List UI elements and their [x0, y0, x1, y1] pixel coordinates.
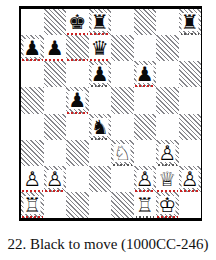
square-d6: ♟	[89, 61, 112, 87]
square-c5: ♟	[66, 87, 89, 113]
square-b2: ♟♙	[44, 166, 67, 192]
square-h2: ♟♙	[179, 166, 202, 192]
square-b3	[44, 140, 67, 166]
square-f2: ♟♙	[134, 166, 157, 192]
white-rook-icon: ♜♖	[134, 193, 157, 217]
square-d2	[89, 166, 112, 192]
square-d1	[89, 192, 112, 218]
black-rook-icon: ♜	[179, 10, 202, 34]
square-g4	[156, 114, 179, 140]
square-e5	[111, 87, 134, 113]
square-f3	[134, 140, 157, 166]
square-f8	[134, 9, 157, 35]
white-king-icon: ♚♔	[156, 193, 179, 217]
square-a5	[21, 87, 44, 113]
square-c3	[66, 140, 89, 166]
square-h8: ♜	[179, 9, 202, 35]
white-pawn-icon: ♟♙	[134, 167, 157, 191]
square-h1	[179, 192, 202, 218]
square-e4	[111, 114, 134, 140]
square-f1: ♜♖	[134, 192, 157, 218]
square-a3	[21, 140, 44, 166]
square-e1	[111, 192, 134, 218]
square-a2: ♟♙	[21, 166, 44, 192]
square-b5	[44, 87, 67, 113]
white-queen-icon: ♛♕	[156, 167, 179, 191]
square-g6	[156, 61, 179, 87]
square-b7: ♟	[44, 35, 67, 61]
black-knight-icon: ♞	[89, 115, 112, 139]
square-c4	[66, 114, 89, 140]
white-rook-icon: ♜♖	[21, 193, 44, 217]
square-d3	[89, 140, 112, 166]
square-a4	[21, 114, 44, 140]
square-a6	[21, 61, 44, 87]
white-pawn-icon: ♟♙	[44, 167, 67, 191]
black-rook-icon: ♜	[89, 10, 112, 34]
black-pawn-icon: ♟	[89, 62, 112, 86]
black-queen-icon: ♛	[89, 36, 112, 60]
square-h3	[179, 140, 202, 166]
board-frame: ♚♜♜♟♟♛♟♟♟♞♞♘♟♙♟♙♟♙♟♙♛♕♟♙♜♖♜♖♚♔	[19, 6, 202, 221]
chess-diagram-figure: ♚♜♜♟♟♛♟♟♟♞♞♘♟♙♟♙♟♙♟♙♛♕♟♙♜♖♜♖♚♔ 22. Black…	[0, 0, 216, 260]
square-a7: ♟	[21, 35, 44, 61]
square-d5	[89, 87, 112, 113]
square-h7	[179, 35, 202, 61]
square-b6	[44, 61, 67, 87]
square-c2	[66, 166, 89, 192]
white-pawn-icon: ♟♙	[156, 141, 179, 165]
black-pawn-icon: ♟	[44, 36, 67, 60]
square-c6	[66, 61, 89, 87]
square-e6	[111, 61, 134, 87]
square-c1	[66, 192, 89, 218]
square-g8	[156, 9, 179, 35]
square-e2	[111, 166, 134, 192]
square-c8: ♚	[66, 9, 89, 35]
square-d4: ♞	[89, 114, 112, 140]
figure-caption: 22. Black to move (1000CC-246)	[0, 236, 216, 253]
square-g7	[156, 35, 179, 61]
black-king-icon: ♚	[66, 10, 89, 34]
square-a8	[21, 9, 44, 35]
black-pawn-icon: ♟	[66, 88, 89, 112]
square-g1: ♚♔	[156, 192, 179, 218]
white-pawn-icon: ♟♙	[21, 167, 44, 191]
square-f7	[134, 35, 157, 61]
square-f4	[134, 114, 157, 140]
square-h5	[179, 87, 202, 113]
square-a1: ♜♖	[21, 192, 44, 218]
square-b4	[44, 114, 67, 140]
white-pawn-icon: ♟♙	[179, 167, 202, 191]
square-d7: ♛	[89, 35, 112, 61]
black-pawn-icon: ♟	[21, 36, 44, 60]
square-e8	[111, 9, 134, 35]
chess-board: ♚♜♜♟♟♛♟♟♟♞♞♘♟♙♟♙♟♙♟♙♛♕♟♙♜♖♜♖♚♔	[21, 9, 201, 218]
square-g5	[156, 87, 179, 113]
square-d8: ♜	[89, 9, 112, 35]
square-c7	[66, 35, 89, 61]
square-f5	[134, 87, 157, 113]
square-g2: ♛♕	[156, 166, 179, 192]
square-h6	[179, 61, 202, 87]
square-b8	[44, 9, 67, 35]
square-e7	[111, 35, 134, 61]
square-f6: ♟	[134, 61, 157, 87]
square-b1	[44, 192, 67, 218]
white-knight-icon: ♞♘	[111, 141, 134, 165]
black-pawn-icon: ♟	[134, 62, 157, 86]
square-e3: ♞♘	[111, 140, 134, 166]
square-h4	[179, 114, 202, 140]
square-g3: ♟♙	[156, 140, 179, 166]
